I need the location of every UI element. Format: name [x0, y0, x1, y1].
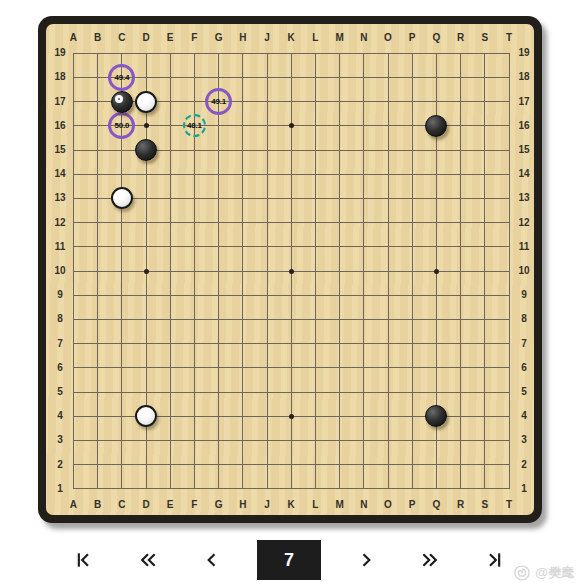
watermark: @樊麾: [511, 562, 574, 584]
row-label-right: 9: [514, 289, 534, 301]
column-label-top: K: [281, 32, 301, 44]
column-label-top: N: [354, 32, 374, 44]
row-label-right: 19: [514, 47, 534, 59]
winrate-annotation-f16: 48.1: [183, 114, 206, 137]
row-label-right: 14: [514, 168, 534, 180]
step-forward-icon: [356, 550, 376, 570]
column-label-bottom: J: [257, 499, 277, 511]
column-label-top: M: [330, 32, 350, 44]
column-label-top: T: [499, 32, 519, 44]
column-label-top: Q: [426, 32, 446, 44]
column-label-top: S: [475, 32, 495, 44]
row-label-left: 16: [50, 120, 70, 132]
column-label-top: J: [257, 32, 277, 44]
grid-line-vertical: [388, 53, 389, 489]
grid-line-horizontal: [73, 440, 509, 441]
last-move-marker: [115, 95, 123, 103]
star-point: [289, 269, 294, 274]
go-to-end-icon: [485, 550, 505, 570]
fast-backward-button[interactable]: [128, 540, 168, 580]
row-label-left: 10: [50, 265, 70, 277]
watermark-text: @樊麾: [535, 564, 574, 582]
row-label-right: 16: [514, 120, 534, 132]
column-label-bottom: K: [281, 499, 301, 511]
star-point: [289, 123, 294, 128]
grid-line-vertical: [412, 53, 413, 489]
stone-black-q4: [425, 405, 447, 427]
stone-black-c17: [111, 91, 133, 113]
row-label-right: 10: [514, 265, 534, 277]
column-label-top: O: [378, 32, 398, 44]
column-label-bottom: O: [378, 499, 398, 511]
column-label-top: B: [88, 32, 108, 44]
stone-white-d17: [135, 91, 157, 113]
row-label-right: 1: [514, 483, 534, 495]
row-label-left: 13: [50, 192, 70, 204]
step-backward-icon: [202, 550, 222, 570]
column-label-bottom: C: [112, 499, 132, 511]
column-label-bottom: P: [402, 499, 422, 511]
stone-white-d4: [135, 405, 157, 427]
row-label-left: 12: [50, 217, 70, 229]
column-label-bottom: E: [160, 499, 180, 511]
go-to-start-icon: [73, 550, 93, 570]
column-label-bottom: F: [184, 499, 204, 511]
row-label-right: 5: [514, 386, 534, 398]
column-label-top: P: [402, 32, 422, 44]
row-label-right: 4: [514, 410, 534, 422]
move-navigation-bar: 7: [63, 540, 515, 580]
column-label-top: G: [209, 32, 229, 44]
column-label-bottom: M: [330, 499, 350, 511]
grid-line-horizontal: [73, 319, 509, 320]
grid-line-horizontal: [73, 343, 509, 344]
row-label-right: 3: [514, 434, 534, 446]
grid-line-vertical: [509, 53, 510, 489]
grid-line-vertical: [315, 53, 316, 489]
row-label-right: 7: [514, 338, 534, 350]
step-backward-button[interactable]: [192, 540, 232, 580]
row-label-left: 8: [50, 313, 70, 325]
row-label-left: 11: [50, 241, 70, 253]
row-label-left: 1: [50, 483, 70, 495]
star-point: [144, 123, 149, 128]
column-label-top: C: [112, 32, 132, 44]
row-label-right: 13: [514, 192, 534, 204]
grid-line-vertical: [339, 53, 340, 489]
row-label-left: 6: [50, 362, 70, 374]
column-label-bottom: N: [354, 499, 374, 511]
row-label-left: 4: [50, 410, 70, 422]
column-label-top: A: [63, 32, 83, 44]
row-label-left: 9: [50, 289, 70, 301]
grid-line-horizontal: [73, 464, 509, 465]
grid-line-horizontal: [73, 392, 509, 393]
row-label-left: 2: [50, 459, 70, 471]
row-label-left: 5: [50, 386, 70, 398]
step-forward-button[interactable]: [346, 540, 386, 580]
board-surface: AABBCCDDEEFFGGHHJJKKLLMMNNOOPPQQRRSSTT19…: [46, 24, 534, 515]
column-label-bottom: T: [499, 499, 519, 511]
winrate-annotation-c16: 50.0: [108, 112, 135, 139]
page: AABBCCDDEEFFGGHHJJKKLLMMNNOOPPQQRRSSTT19…: [0, 0, 576, 588]
go-board: AABBCCDDEEFFGGHHJJKKLLMMNNOOPPQQRRSSTT19…: [38, 16, 542, 523]
row-label-right: 2: [514, 459, 534, 471]
fast-forward-button[interactable]: [410, 540, 450, 580]
stone-white-c13: [111, 187, 133, 209]
move-number-display: 7: [257, 540, 321, 580]
row-label-right: 15: [514, 144, 534, 156]
column-label-bottom: A: [63, 499, 83, 511]
star-point: [289, 414, 294, 419]
row-label-left: 15: [50, 144, 70, 156]
column-label-top: E: [160, 32, 180, 44]
row-label-right: 8: [514, 313, 534, 325]
column-label-bottom: R: [451, 499, 471, 511]
column-label-top: L: [305, 32, 325, 44]
row-label-left: 14: [50, 168, 70, 180]
star-point: [434, 269, 439, 274]
fast-backward-icon: [136, 550, 160, 570]
row-label-right: 17: [514, 96, 534, 108]
column-label-bottom: B: [88, 499, 108, 511]
grid-line-horizontal: [73, 367, 509, 368]
column-label-bottom: Q: [426, 499, 446, 511]
grid-line-horizontal: [73, 488, 509, 489]
go-to-start-button[interactable]: [63, 540, 103, 580]
row-label-left: 19: [50, 47, 70, 59]
column-label-bottom: H: [233, 499, 253, 511]
row-label-right: 12: [514, 217, 534, 229]
winrate-annotation-g17: 49.1: [205, 88, 232, 115]
stone-black-d15: [135, 139, 157, 161]
fast-forward-icon: [418, 550, 442, 570]
go-to-end-button[interactable]: [475, 540, 515, 580]
winrate-annotation-c18: 49.4: [108, 64, 135, 91]
grid-line-vertical: [363, 53, 364, 489]
column-label-bottom: G: [209, 499, 229, 511]
row-label-right: 18: [514, 71, 534, 83]
stone-black-q16: [425, 115, 447, 137]
row-label-left: 18: [50, 71, 70, 83]
row-label-left: 7: [50, 338, 70, 350]
column-label-top: H: [233, 32, 253, 44]
column-label-top: R: [451, 32, 471, 44]
row-label-right: 6: [514, 362, 534, 374]
column-label-bottom: D: [136, 499, 156, 511]
grid-line-vertical: [460, 53, 461, 489]
star-point: [144, 269, 149, 274]
row-label-left: 17: [50, 96, 70, 108]
grid-line-vertical: [484, 53, 485, 489]
row-label-right: 11: [514, 241, 534, 253]
column-label-bottom: L: [305, 499, 325, 511]
column-label-top: D: [136, 32, 156, 44]
column-label-bottom: S: [475, 499, 495, 511]
column-label-top: F: [184, 32, 204, 44]
grid-line-horizontal: [73, 295, 509, 296]
row-label-left: 3: [50, 434, 70, 446]
